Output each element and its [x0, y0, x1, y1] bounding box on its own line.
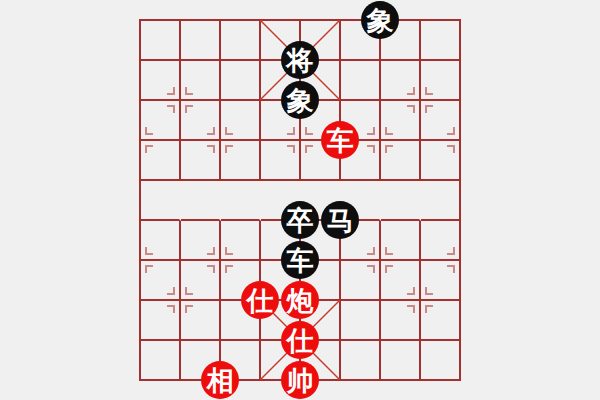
board-cell[interactable] [181, 21, 221, 61]
piece-label: 车 [327, 127, 354, 154]
board-cell[interactable] [141, 61, 181, 101]
river-cell[interactable] [141, 181, 181, 221]
board-cell[interactable] [381, 341, 421, 381]
board-cell[interactable] [141, 221, 181, 261]
point-marker [407, 87, 415, 95]
point-marker [447, 127, 455, 135]
piece-label: 仕 [287, 327, 314, 354]
board-cell[interactable] [141, 341, 181, 381]
point-marker [367, 145, 375, 153]
point-marker [207, 247, 215, 255]
point-marker [367, 265, 375, 273]
board-cell[interactable] [381, 101, 421, 141]
point-marker [425, 105, 433, 113]
board-cell[interactable] [141, 21, 181, 61]
point-marker [385, 145, 393, 153]
point-marker [225, 145, 233, 153]
board-cell[interactable] [421, 21, 461, 61]
point-marker [407, 105, 415, 113]
point-marker [145, 145, 153, 153]
point-marker [425, 287, 433, 295]
piece-black-chariot[interactable]: 车 [281, 241, 319, 279]
piece-red-general[interactable]: 帅 [281, 361, 319, 399]
point-marker [425, 87, 433, 95]
piece-black-elephant[interactable]: 象 [281, 81, 319, 119]
board-cell[interactable] [381, 61, 421, 101]
piece-label: 车 [287, 247, 314, 274]
piece-black-elephant[interactable]: 象 [361, 1, 399, 39]
river-cell[interactable] [181, 181, 221, 221]
board-cell[interactable] [181, 141, 221, 181]
piece-label: 帅 [287, 367, 314, 394]
point-marker [167, 87, 175, 95]
board-cell[interactable] [341, 301, 381, 341]
board-cell[interactable] [421, 141, 461, 181]
point-marker [145, 247, 153, 255]
piece-red-advisor[interactable]: 仕 [281, 321, 319, 359]
piece-black-general[interactable]: 将 [281, 41, 319, 79]
point-marker [167, 305, 175, 313]
board-cell[interactable] [141, 301, 181, 341]
river-cell[interactable] [381, 181, 421, 221]
piece-label: 象 [287, 87, 314, 114]
board-cell[interactable] [381, 221, 421, 261]
board-cell[interactable] [341, 341, 381, 381]
point-marker [367, 127, 375, 135]
point-marker [207, 145, 215, 153]
board-cell[interactable] [221, 21, 261, 61]
piece-label: 炮 [287, 287, 314, 314]
point-marker [305, 145, 313, 153]
point-marker [305, 127, 313, 135]
point-marker [167, 105, 175, 113]
river-cell[interactable] [421, 181, 461, 221]
piece-label: 相 [207, 367, 234, 394]
point-marker [385, 247, 393, 255]
board-cell[interactable] [421, 261, 461, 301]
point-marker [185, 305, 193, 313]
point-marker [225, 247, 233, 255]
board-cell[interactable] [181, 221, 221, 261]
board-cell[interactable] [221, 221, 261, 261]
screenshot-canvas: 象将象车卒马车仕炮仕相帅 [0, 0, 600, 400]
board-cell[interactable] [341, 261, 381, 301]
point-marker [185, 105, 193, 113]
board-cell[interactable] [261, 141, 301, 181]
piece-red-advisor[interactable]: 仕 [241, 281, 279, 319]
point-marker [287, 145, 295, 153]
point-marker [385, 265, 393, 273]
board-cell[interactable] [221, 101, 261, 141]
board-cell[interactable] [421, 341, 461, 381]
point-marker [407, 305, 415, 313]
point-marker [225, 265, 233, 273]
point-marker [447, 265, 455, 273]
piece-label: 仕 [247, 287, 274, 314]
piece-label: 将 [287, 47, 314, 74]
board-cell[interactable] [181, 61, 221, 101]
point-marker [425, 305, 433, 313]
point-marker [447, 145, 455, 153]
point-marker [167, 287, 175, 295]
board-cell[interactable] [221, 61, 261, 101]
piece-label: 卒 [287, 207, 314, 234]
xiangqi-board[interactable]: 象将象车卒马车仕炮仕相帅 [139, 19, 461, 381]
point-marker [185, 87, 193, 95]
point-marker [207, 265, 215, 273]
piece-label: 马 [327, 207, 354, 234]
board-cell[interactable] [181, 261, 221, 301]
point-marker [145, 265, 153, 273]
piece-red-chariot[interactable]: 车 [321, 121, 359, 159]
piece-black-soldier[interactable]: 卒 [281, 201, 319, 239]
river-cell[interactable] [221, 181, 261, 221]
point-marker [207, 127, 215, 135]
point-marker [407, 287, 415, 295]
point-marker [385, 127, 393, 135]
point-marker [447, 247, 455, 255]
point-marker [225, 127, 233, 135]
board-cell[interactable] [421, 221, 461, 261]
board-cell[interactable] [381, 301, 421, 341]
piece-red-elephant[interactable]: 相 [201, 361, 239, 399]
point-marker [185, 287, 193, 295]
board-cell[interactable] [141, 101, 181, 141]
point-marker [145, 127, 153, 135]
point-marker [367, 247, 375, 255]
piece-label: 象 [367, 7, 394, 34]
board-cell[interactable] [421, 61, 461, 101]
piece-red-cannon[interactable]: 炮 [281, 281, 319, 319]
piece-black-horse[interactable]: 马 [321, 201, 359, 239]
board-cell[interactable] [341, 61, 381, 101]
point-marker [287, 127, 295, 135]
